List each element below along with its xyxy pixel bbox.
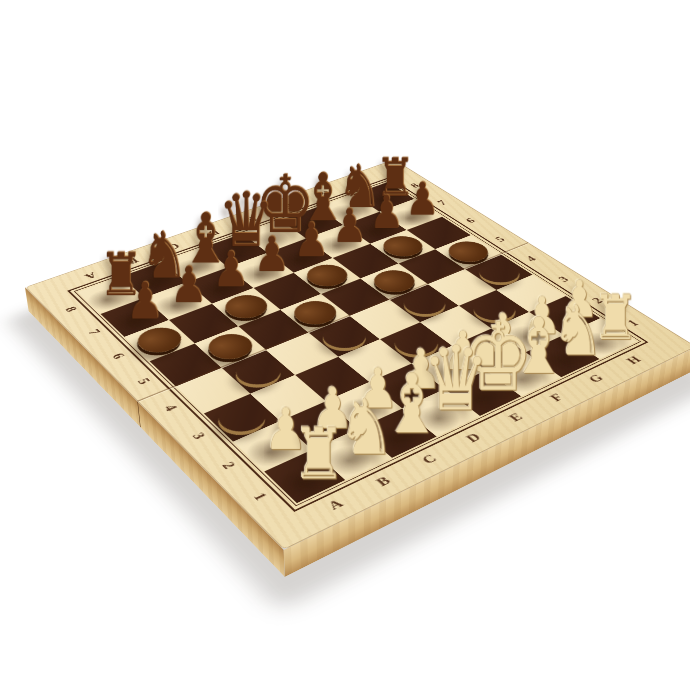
dark-pawn-glyph: ♟ bbox=[369, 190, 403, 236]
chess-board: AABBCCDDEEFFGGHH1122334455667788♜♞♝♛♚♝♞♜… bbox=[25, 160, 690, 550]
board-3d-scene: AABBCCDDEEFFGGHH1122334455667788♜♞♝♛♚♝♞♜… bbox=[110, 76, 590, 556]
rank-label-left-4: 4 bbox=[151, 396, 190, 420]
dark-pawn-glyph: ♟ bbox=[405, 177, 439, 222]
rank-label-left-1: 1 bbox=[239, 482, 282, 511]
dark-pawn-glyph: ♟ bbox=[170, 260, 207, 310]
dark-pawn-glyph: ♟ bbox=[332, 203, 367, 249]
rank-label-left-5: 5 bbox=[125, 370, 163, 393]
rank-label-left-3: 3 bbox=[179, 423, 219, 449]
product-photo-stage: AABBCCDDEEFFGGHH1122334455667788♜♞♝♛♚♝♞♜… bbox=[0, 0, 690, 690]
rank-label-left-7: 7 bbox=[76, 322, 112, 343]
rank-label-right-6: 6 bbox=[454, 212, 487, 228]
light-rook-glyph: ♜ bbox=[292, 418, 345, 489]
box-hinge-seam bbox=[137, 401, 141, 428]
dark-pawn-glyph: ♟ bbox=[254, 231, 290, 279]
rank-label-left-6: 6 bbox=[100, 345, 137, 367]
rank-label-left-8: 8 bbox=[54, 299, 89, 319]
dark-pawn-glyph: ♟ bbox=[126, 276, 164, 327]
dark-pawn-glyph: ♟ bbox=[294, 217, 330, 264]
rank-label-right-5: 5 bbox=[483, 231, 517, 248]
dark-pawn-glyph: ♟ bbox=[213, 245, 250, 294]
rank-label-left-2: 2 bbox=[208, 452, 250, 479]
light-knight-glyph: ♞ bbox=[338, 390, 396, 467]
